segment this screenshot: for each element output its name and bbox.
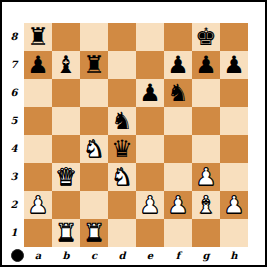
square-h2[interactable]: ♟ — [220, 191, 248, 219]
chess-board: ♜♚♟♝♜♟♟♟♟♞♞♞♛♛♞♟♟♟♟♝♟♜♜ — [24, 23, 248, 247]
file-label-d: d — [108, 249, 136, 263]
piece-black-pawn[interactable]: ♟ — [223, 51, 245, 79]
square-a7[interactable]: ♟ — [24, 51, 52, 79]
piece-white-knight[interactable]: ♞ — [111, 163, 133, 191]
square-d5[interactable]: ♞ — [108, 107, 136, 135]
square-a5[interactable] — [24, 107, 52, 135]
square-h6[interactable] — [220, 79, 248, 107]
rank-label-3: 3 — [6, 163, 22, 191]
rank-label-1: 1 — [6, 219, 22, 247]
piece-black-queen[interactable]: ♛ — [111, 135, 133, 163]
square-d7[interactable] — [108, 51, 136, 79]
piece-black-knight[interactable]: ♞ — [111, 107, 133, 135]
square-a8[interactable]: ♜ — [24, 23, 52, 51]
piece-black-pawn[interactable]: ♟ — [167, 51, 189, 79]
square-h3[interactable] — [220, 163, 248, 191]
piece-black-bishop[interactable]: ♝ — [55, 51, 77, 79]
square-c6[interactable] — [80, 79, 108, 107]
square-c3[interactable] — [80, 163, 108, 191]
rank-label-6: 6 — [6, 79, 22, 107]
file-label-b: b — [52, 249, 80, 263]
square-g3[interactable]: ♟ — [192, 163, 220, 191]
square-g4[interactable] — [192, 135, 220, 163]
square-e5[interactable] — [136, 107, 164, 135]
piece-white-rook[interactable]: ♜ — [55, 219, 77, 247]
piece-white-knight[interactable]: ♞ — [83, 135, 105, 163]
square-f6[interactable]: ♞ — [164, 79, 192, 107]
square-c1[interactable]: ♜ — [80, 219, 108, 247]
square-d8[interactable] — [108, 23, 136, 51]
square-h1[interactable] — [220, 219, 248, 247]
piece-white-pawn[interactable]: ♟ — [167, 191, 189, 219]
square-b1[interactable]: ♜ — [52, 219, 80, 247]
square-e7[interactable] — [136, 51, 164, 79]
square-a4[interactable] — [24, 135, 52, 163]
piece-black-pawn[interactable]: ♟ — [139, 79, 161, 107]
square-h5[interactable] — [220, 107, 248, 135]
square-c4[interactable]: ♞ — [80, 135, 108, 163]
square-f1[interactable] — [164, 219, 192, 247]
square-f3[interactable] — [164, 163, 192, 191]
square-d6[interactable] — [108, 79, 136, 107]
square-d1[interactable] — [108, 219, 136, 247]
square-e1[interactable] — [136, 219, 164, 247]
square-d4[interactable]: ♛ — [108, 135, 136, 163]
square-a1[interactable] — [24, 219, 52, 247]
square-b5[interactable] — [52, 107, 80, 135]
piece-white-queen[interactable]: ♛ — [55, 163, 77, 191]
piece-white-pawn[interactable]: ♟ — [139, 191, 161, 219]
square-b2[interactable] — [52, 191, 80, 219]
square-g7[interactable]: ♟ — [192, 51, 220, 79]
square-c8[interactable] — [80, 23, 108, 51]
square-d3[interactable]: ♞ — [108, 163, 136, 191]
rank-label-4: 4 — [6, 135, 22, 163]
square-f8[interactable] — [164, 23, 192, 51]
side-to-move-indicator — [11, 249, 24, 262]
square-b3[interactable]: ♛ — [52, 163, 80, 191]
file-label-e: e — [136, 249, 164, 263]
square-g6[interactable] — [192, 79, 220, 107]
square-e3[interactable] — [136, 163, 164, 191]
piece-black-rook[interactable]: ♜ — [27, 23, 49, 51]
rank-label-8: 8 — [6, 23, 22, 51]
piece-black-king[interactable]: ♚ — [195, 23, 217, 51]
square-b7[interactable]: ♝ — [52, 51, 80, 79]
piece-black-pawn[interactable]: ♟ — [195, 51, 217, 79]
rank-label-5: 5 — [6, 107, 22, 135]
piece-black-pawn[interactable]: ♟ — [27, 51, 49, 79]
square-b8[interactable] — [52, 23, 80, 51]
square-b6[interactable] — [52, 79, 80, 107]
rank-label-2: 2 — [6, 191, 22, 219]
square-g5[interactable] — [192, 107, 220, 135]
file-label-f: f — [164, 249, 192, 263]
piece-white-pawn[interactable]: ♟ — [27, 191, 49, 219]
square-c5[interactable] — [80, 107, 108, 135]
piece-black-rook[interactable]: ♜ — [83, 51, 105, 79]
piece-white-pawn[interactable]: ♟ — [195, 163, 217, 191]
square-g1[interactable] — [192, 219, 220, 247]
square-g8[interactable]: ♚ — [192, 23, 220, 51]
square-e6[interactable]: ♟ — [136, 79, 164, 107]
square-g2[interactable]: ♝ — [192, 191, 220, 219]
file-label-c: c — [80, 249, 108, 263]
square-f4[interactable] — [164, 135, 192, 163]
square-e8[interactable] — [136, 23, 164, 51]
piece-white-rook[interactable]: ♜ — [83, 219, 105, 247]
square-a2[interactable]: ♟ — [24, 191, 52, 219]
square-d2[interactable] — [108, 191, 136, 219]
piece-black-knight[interactable]: ♞ — [167, 79, 189, 107]
square-h4[interactable] — [220, 135, 248, 163]
square-f2[interactable]: ♟ — [164, 191, 192, 219]
file-label-h: h — [220, 249, 248, 263]
square-e2[interactable]: ♟ — [136, 191, 164, 219]
square-b4[interactable] — [52, 135, 80, 163]
piece-white-bishop[interactable]: ♝ — [195, 191, 217, 219]
file-label-g: g — [192, 249, 220, 263]
rank-label-7: 7 — [6, 51, 22, 79]
square-f5[interactable] — [164, 107, 192, 135]
square-c7[interactable]: ♜ — [80, 51, 108, 79]
file-label-a: a — [24, 249, 52, 263]
square-e4[interactable] — [136, 135, 164, 163]
square-c2[interactable] — [80, 191, 108, 219]
square-h7[interactable]: ♟ — [220, 51, 248, 79]
square-h8[interactable] — [220, 23, 248, 51]
square-a3[interactable] — [24, 163, 52, 191]
square-f7[interactable]: ♟ — [164, 51, 192, 79]
chess-diagram: ♜♚♟♝♜♟♟♟♟♞♞♞♛♛♞♟♟♟♟♝♟♜♜ 87654321 abcdefg… — [0, 0, 267, 267]
square-a6[interactable] — [24, 79, 52, 107]
piece-white-pawn[interactable]: ♟ — [223, 191, 245, 219]
